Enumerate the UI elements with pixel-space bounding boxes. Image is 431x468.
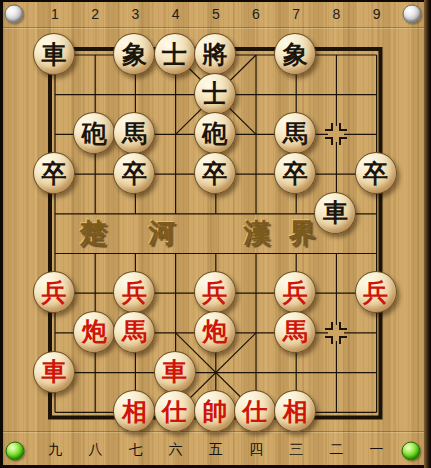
point-marker-bracket bbox=[339, 137, 347, 145]
point-marker-bracket bbox=[325, 123, 333, 131]
piece-red-帥[interactable]: 帥 bbox=[194, 390, 236, 432]
piece-red-兵[interactable]: 兵 bbox=[355, 271, 397, 313]
piece-glyph: 車 bbox=[42, 42, 67, 67]
file-label-top-2: 2 bbox=[91, 7, 99, 21]
point-marker-bracket bbox=[339, 123, 347, 131]
point-marker bbox=[323, 121, 349, 147]
piece-black-將[interactable]: 將 bbox=[194, 33, 236, 75]
piece-glyph: 兵 bbox=[202, 280, 227, 305]
file-label-top-4: 4 bbox=[172, 7, 180, 21]
file-label-top-1: 1 bbox=[51, 7, 59, 21]
piece-black-卒[interactable]: 卒 bbox=[355, 152, 397, 194]
piece-red-馬[interactable]: 馬 bbox=[274, 311, 316, 353]
piece-red-兵[interactable]: 兵 bbox=[33, 271, 75, 313]
piece-glyph: 馬 bbox=[122, 319, 147, 344]
piece-red-仕[interactable]: 仕 bbox=[154, 390, 196, 432]
piece-black-車[interactable]: 車 bbox=[33, 33, 75, 75]
piece-red-車[interactable]: 車 bbox=[154, 351, 196, 393]
piece-glyph: 兵 bbox=[283, 280, 308, 305]
piece-black-砲[interactable]: 砲 bbox=[194, 112, 236, 154]
file-label-top-5: 5 bbox=[212, 7, 220, 21]
piece-glyph: 士 bbox=[202, 81, 227, 106]
piece-glyph: 兵 bbox=[42, 280, 67, 305]
file-label-bottom-5: 五 bbox=[209, 442, 223, 456]
piece-red-車[interactable]: 車 bbox=[33, 351, 75, 393]
file-label-top-3: 3 bbox=[131, 7, 139, 21]
file-label-top-7: 7 bbox=[292, 7, 300, 21]
point-marker-bracket bbox=[325, 322, 333, 330]
piece-glyph: 相 bbox=[283, 399, 308, 424]
file-label-top-6: 6 bbox=[252, 7, 260, 21]
piece-glyph: 將 bbox=[202, 42, 227, 67]
piece-glyph: 馬 bbox=[283, 121, 308, 146]
piece-black-士[interactable]: 士 bbox=[154, 33, 196, 75]
piece-glyph: 象 bbox=[283, 42, 308, 67]
piece-red-兵[interactable]: 兵 bbox=[194, 271, 236, 313]
file-label-bottom-9: 一 bbox=[370, 442, 384, 456]
piece-glyph: 馬 bbox=[283, 319, 308, 344]
piece-black-車[interactable]: 車 bbox=[314, 192, 356, 234]
piece-black-卒[interactable]: 卒 bbox=[194, 152, 236, 194]
piece-black-卒[interactable]: 卒 bbox=[33, 152, 75, 194]
piece-black-士[interactable]: 士 bbox=[194, 73, 236, 115]
file-label-top-8: 8 bbox=[332, 7, 340, 21]
piece-glyph: 象 bbox=[122, 42, 147, 67]
file-label-bottom-7: 三 bbox=[289, 442, 303, 456]
top-right-indicator-light bbox=[403, 4, 422, 23]
file-label-bottom-3: 七 bbox=[128, 442, 142, 456]
piece-red-馬[interactable]: 馬 bbox=[113, 311, 155, 353]
piece-black-卒[interactable]: 卒 bbox=[274, 152, 316, 194]
file-label-bottom-6: 四 bbox=[249, 442, 263, 456]
river-character: 楚 bbox=[80, 215, 107, 251]
file-label-bottom-2: 八 bbox=[88, 442, 102, 456]
piece-glyph: 馬 bbox=[122, 121, 147, 146]
xiangqi-app-window: 123456789 九八七六五四三二一 楚河漢界 車象士將象士砲馬砲馬卒卒卒卒卒… bbox=[0, 0, 431, 468]
river-character: 界 bbox=[289, 215, 316, 251]
river-character: 漢 bbox=[244, 215, 271, 251]
piece-glyph: 仕 bbox=[162, 399, 187, 424]
piece-glyph: 兵 bbox=[363, 280, 388, 305]
point-marker-bracket bbox=[325, 336, 333, 344]
piece-black-象[interactable]: 象 bbox=[274, 33, 316, 75]
piece-glyph: 炮 bbox=[82, 319, 107, 344]
piece-glyph: 帥 bbox=[202, 399, 227, 424]
file-label-top-9: 9 bbox=[373, 7, 381, 21]
piece-glyph: 車 bbox=[42, 359, 67, 384]
piece-glyph: 卒 bbox=[122, 161, 147, 186]
piece-glyph: 卒 bbox=[363, 161, 388, 186]
piece-red-炮[interactable]: 炮 bbox=[194, 311, 236, 353]
point-marker-bracket bbox=[339, 336, 347, 344]
river-character: 河 bbox=[149, 215, 176, 251]
point-marker bbox=[323, 320, 349, 346]
file-label-bottom-4: 六 bbox=[169, 442, 183, 456]
piece-glyph: 卒 bbox=[202, 161, 227, 186]
piece-red-炮[interactable]: 炮 bbox=[73, 311, 115, 353]
piece-glyph: 士 bbox=[162, 42, 187, 67]
piece-glyph: 砲 bbox=[202, 121, 227, 146]
piece-glyph: 相 bbox=[122, 399, 147, 424]
top-left-indicator-light bbox=[4, 4, 23, 23]
file-label-bottom-1: 九 bbox=[48, 442, 62, 456]
piece-glyph: 卒 bbox=[283, 161, 308, 186]
point-marker-bracket bbox=[339, 322, 347, 330]
bottom-left-indicator-light bbox=[6, 442, 25, 461]
piece-glyph: 炮 bbox=[202, 319, 227, 344]
window-right-edge bbox=[424, 0, 431, 468]
piece-glyph: 卒 bbox=[42, 161, 67, 186]
piece-glyph: 仕 bbox=[243, 399, 268, 424]
piece-glyph: 車 bbox=[162, 359, 187, 384]
point-marker-bracket bbox=[325, 137, 333, 145]
piece-glyph: 兵 bbox=[122, 280, 147, 305]
piece-red-仕[interactable]: 仕 bbox=[234, 390, 276, 432]
piece-glyph: 砲 bbox=[82, 121, 107, 146]
file-label-bottom-8: 二 bbox=[329, 442, 343, 456]
piece-glyph: 車 bbox=[323, 200, 348, 225]
bottom-right-indicator-light bbox=[402, 442, 421, 461]
